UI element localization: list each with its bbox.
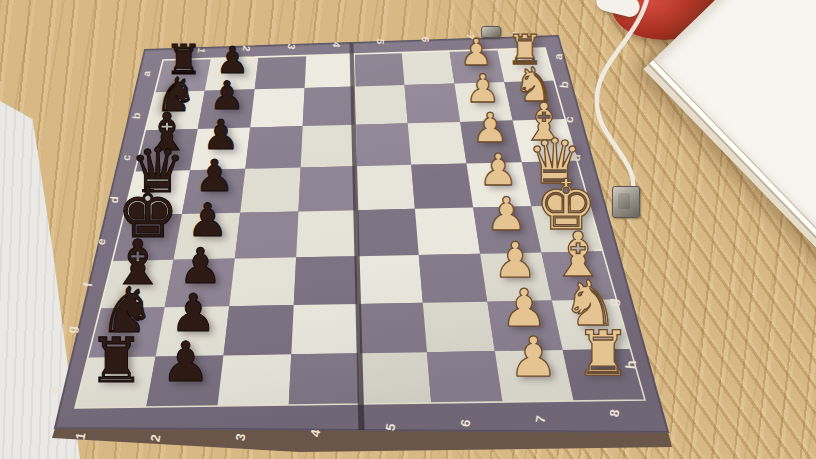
board-latch-right-icon	[612, 186, 640, 218]
file-label-left-d: d	[108, 196, 121, 204]
chess-board: 1234567812345678abcdefghabcdefgh	[0, 0, 816, 459]
file-label-right-b: b	[558, 81, 571, 89]
board-sheen	[55, 36, 668, 432]
file-label-left-h: h	[48, 385, 64, 394]
photo-scene: 1234567812345678abcdefghabcdefgh ♜♟♟♜♞♟♟…	[0, 0, 816, 459]
file-label-left-c: c	[120, 154, 132, 161]
file-label-right-g: g	[604, 298, 621, 308]
file-label-right-h: h	[623, 359, 640, 369]
file-label-right-e: e	[578, 195, 594, 204]
file-label-right-d: d	[569, 153, 584, 162]
board-latch-top-icon	[481, 26, 501, 38]
file-label-left-g: g	[65, 325, 80, 334]
file-label-left-b: b	[131, 112, 143, 119]
